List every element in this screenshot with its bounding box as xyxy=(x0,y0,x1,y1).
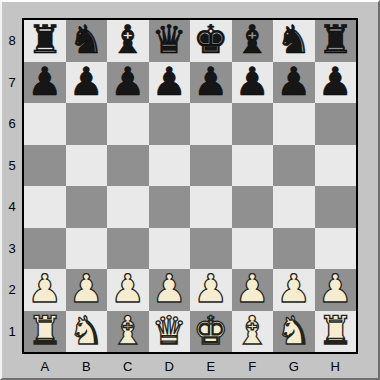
file-labels: ABCDEFGH xyxy=(24,354,356,378)
rank-label-1: 1 xyxy=(2,311,22,353)
square-a1[interactable]: ♜ xyxy=(24,311,66,353)
square-c2[interactable]: ♟ xyxy=(107,269,149,311)
rank-label-6: 6 xyxy=(2,103,22,145)
piece-black-pawn[interactable]: ♟ xyxy=(235,62,270,103)
square-d2[interactable]: ♟ xyxy=(149,269,191,311)
square-a3[interactable] xyxy=(24,228,66,270)
square-g3[interactable] xyxy=(273,228,315,270)
rank-label-5: 5 xyxy=(2,145,22,187)
square-g6[interactable] xyxy=(273,103,315,145)
piece-white-knight[interactable]: ♞ xyxy=(69,311,104,352)
square-e8[interactable]: ♚ xyxy=(190,20,232,62)
square-b5[interactable] xyxy=(66,145,108,187)
piece-white-king[interactable]: ♚ xyxy=(193,311,228,352)
rank-label-7: 7 xyxy=(2,62,22,104)
square-d5[interactable] xyxy=(149,145,191,187)
square-b7[interactable]: ♟ xyxy=(66,62,108,104)
square-c7[interactable]: ♟ xyxy=(107,62,149,104)
piece-black-pawn[interactable]: ♟ xyxy=(193,62,228,103)
square-e2[interactable]: ♟ xyxy=(190,269,232,311)
piece-black-knight[interactable]: ♞ xyxy=(276,20,311,61)
piece-white-pawn[interactable]: ♟ xyxy=(152,269,187,310)
square-a7[interactable]: ♟ xyxy=(24,62,66,104)
square-f4[interactable] xyxy=(232,186,274,228)
square-b4[interactable] xyxy=(66,186,108,228)
file-label-b: B xyxy=(66,354,108,378)
square-h6[interactable] xyxy=(315,103,357,145)
square-d3[interactable] xyxy=(149,228,191,270)
piece-white-pawn[interactable]: ♟ xyxy=(69,269,104,310)
square-b1[interactable]: ♞ xyxy=(66,311,108,353)
square-d4[interactable] xyxy=(149,186,191,228)
square-d6[interactable] xyxy=(149,103,191,145)
square-c3[interactable] xyxy=(107,228,149,270)
square-e1[interactable]: ♚ xyxy=(190,311,232,353)
square-b8[interactable]: ♞ xyxy=(66,20,108,62)
square-c8[interactable]: ♝ xyxy=(107,20,149,62)
piece-black-bishop[interactable]: ♝ xyxy=(235,20,270,61)
piece-white-pawn[interactable]: ♟ xyxy=(193,269,228,310)
piece-white-rook[interactable]: ♜ xyxy=(27,311,62,352)
rank-label-2: 2 xyxy=(2,269,22,311)
rank-label-4: 4 xyxy=(2,186,22,228)
square-c5[interactable] xyxy=(107,145,149,187)
square-a2[interactable]: ♟ xyxy=(24,269,66,311)
piece-white-pawn[interactable]: ♟ xyxy=(235,269,270,310)
square-d8[interactable]: ♛ xyxy=(149,20,191,62)
square-h3[interactable] xyxy=(315,228,357,270)
square-d1[interactable]: ♛ xyxy=(149,311,191,353)
square-f2[interactable]: ♟ xyxy=(232,269,274,311)
piece-black-pawn[interactable]: ♟ xyxy=(318,62,353,103)
square-f7[interactable]: ♟ xyxy=(232,62,274,104)
piece-black-rook[interactable]: ♜ xyxy=(318,20,353,61)
square-g1[interactable]: ♞ xyxy=(273,311,315,353)
rank-label-3: 3 xyxy=(2,228,22,270)
rank-label-8: 8 xyxy=(2,20,22,62)
piece-black-king[interactable]: ♚ xyxy=(193,20,228,61)
square-e3[interactable] xyxy=(190,228,232,270)
piece-white-pawn[interactable]: ♟ xyxy=(318,269,353,310)
piece-white-pawn[interactable]: ♟ xyxy=(276,269,311,310)
square-a5[interactable] xyxy=(24,145,66,187)
file-label-h: H xyxy=(315,354,357,378)
square-g7[interactable]: ♟ xyxy=(273,62,315,104)
square-f1[interactable]: ♝ xyxy=(232,311,274,353)
piece-black-pawn[interactable]: ♟ xyxy=(69,62,104,103)
square-b3[interactable] xyxy=(66,228,108,270)
piece-white-knight[interactable]: ♞ xyxy=(276,311,311,352)
square-b6[interactable] xyxy=(66,103,108,145)
file-label-a: A xyxy=(24,354,66,378)
piece-black-pawn[interactable]: ♟ xyxy=(152,62,187,103)
file-label-c: C xyxy=(107,354,149,378)
piece-black-pawn[interactable]: ♟ xyxy=(27,62,62,103)
square-g8[interactable]: ♞ xyxy=(273,20,315,62)
piece-white-pawn[interactable]: ♟ xyxy=(27,269,62,310)
square-h8[interactable]: ♜ xyxy=(315,20,357,62)
square-h7[interactable]: ♟ xyxy=(315,62,357,104)
piece-white-queen[interactable]: ♛ xyxy=(152,311,187,352)
square-e4[interactable] xyxy=(190,186,232,228)
square-f8[interactable]: ♝ xyxy=(232,20,274,62)
piece-black-knight[interactable]: ♞ xyxy=(69,20,104,61)
square-b2[interactable]: ♟ xyxy=(66,269,108,311)
square-h2[interactable]: ♟ xyxy=(315,269,357,311)
square-a6[interactable] xyxy=(24,103,66,145)
square-e5[interactable] xyxy=(190,145,232,187)
piece-black-pawn[interactable]: ♟ xyxy=(110,62,145,103)
chess-board: ♜♞♝♛♚♝♞♜♟♟♟♟♟♟♟♟♟♟♟♟♟♟♟♟♜♞♝♛♚♝♞♜ xyxy=(22,18,358,354)
file-label-g: G xyxy=(273,354,315,378)
piece-white-pawn[interactable]: ♟ xyxy=(110,269,145,310)
square-f5[interactable] xyxy=(232,145,274,187)
square-g5[interactable] xyxy=(273,145,315,187)
file-label-d: D xyxy=(149,354,191,378)
square-h4[interactable] xyxy=(315,186,357,228)
square-h1[interactable]: ♜ xyxy=(315,311,357,353)
board-grid: ♜♞♝♛♚♝♞♜♟♟♟♟♟♟♟♟♟♟♟♟♟♟♟♟♜♞♝♛♚♝♞♜ xyxy=(24,20,356,352)
square-c1[interactable]: ♝ xyxy=(107,311,149,353)
square-c4[interactable] xyxy=(107,186,149,228)
piece-white-bishop[interactable]: ♝ xyxy=(110,311,145,352)
square-d7[interactable]: ♟ xyxy=(149,62,191,104)
piece-black-queen[interactable]: ♛ xyxy=(152,20,187,61)
square-c6[interactable] xyxy=(107,103,149,145)
square-a8[interactable]: ♜ xyxy=(24,20,66,62)
square-e7[interactable]: ♟ xyxy=(190,62,232,104)
square-a4[interactable] xyxy=(24,186,66,228)
piece-black-rook[interactable]: ♜ xyxy=(27,20,62,61)
file-label-f: F xyxy=(232,354,274,378)
square-h5[interactable] xyxy=(315,145,357,187)
chess-board-frame: 87654321 ABCDEFGH ♜♞♝♛♚♝♞♜♟♟♟♟♟♟♟♟♟♟♟♟♟♟… xyxy=(0,0,380,380)
square-e6[interactable] xyxy=(190,103,232,145)
square-g4[interactable] xyxy=(273,186,315,228)
square-f3[interactable] xyxy=(232,228,274,270)
piece-white-bishop[interactable]: ♝ xyxy=(235,311,270,352)
piece-white-rook[interactable]: ♜ xyxy=(318,311,353,352)
square-f6[interactable] xyxy=(232,103,274,145)
file-label-e: E xyxy=(190,354,232,378)
rank-labels: 87654321 xyxy=(2,20,22,352)
square-g2[interactable]: ♟ xyxy=(273,269,315,311)
piece-black-bishop[interactable]: ♝ xyxy=(110,20,145,61)
piece-black-pawn[interactable]: ♟ xyxy=(276,62,311,103)
